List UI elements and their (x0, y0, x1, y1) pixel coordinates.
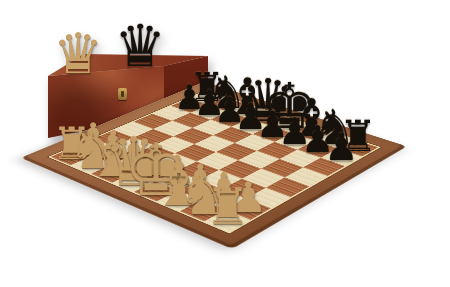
spare-white-queen: ♛ (53, 26, 103, 82)
box-clasp-icon (118, 88, 127, 100)
spare-black-queen: ♛ (114, 17, 166, 75)
scene: ♛ ♛ ♜♞♝♛♚♝♞♜♟♟♟♟♟♟♟♟♟♟♟♟♟♟♟♟♜♞♝♛♚♝♞♜ (0, 0, 450, 287)
box-keyhole-icon (121, 91, 124, 97)
